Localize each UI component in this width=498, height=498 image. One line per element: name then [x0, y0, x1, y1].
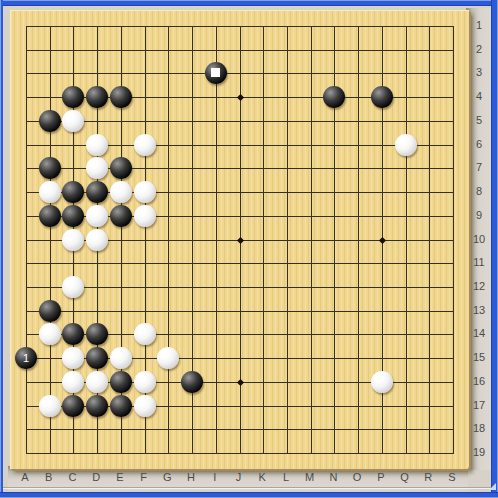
col-label-A: A [17, 471, 33, 483]
stone-white-G15[interactable] [157, 347, 179, 369]
row-label-1: 1 [468, 19, 490, 31]
stone-white-B14[interactable] [39, 323, 61, 345]
stone-black-N4[interactable] [323, 86, 345, 108]
stone-black-B13[interactable] [39, 300, 61, 322]
row-label-3: 3 [468, 66, 490, 78]
col-label-P: P [373, 471, 389, 483]
row-label-9: 9 [468, 209, 490, 221]
window-border-left [0, 0, 3, 498]
col-label-O: O [349, 471, 365, 483]
grid-line-vertical [311, 26, 312, 454]
star-point-J4 [236, 94, 243, 101]
row-label-13: 13 [468, 304, 490, 316]
stone-white-D16[interactable] [86, 371, 108, 393]
row-label-12: 12 [468, 280, 490, 292]
stone-black-D8[interactable] [86, 181, 108, 203]
grid-line-horizontal [26, 311, 454, 312]
stone-black-B5[interactable] [39, 110, 61, 132]
stone-white-Q6[interactable] [395, 134, 417, 156]
grid-line-vertical [406, 26, 407, 454]
col-label-K: K [254, 471, 270, 483]
row-label-19: 19 [468, 446, 490, 458]
grid-line-vertical [453, 26, 454, 454]
col-label-C: C [64, 471, 80, 483]
stone-white-D7[interactable] [86, 157, 108, 179]
stone-black-C17[interactable] [62, 395, 84, 417]
grid-line-horizontal [26, 263, 454, 264]
col-label-Q: Q [397, 471, 413, 483]
grid-line-horizontal [26, 287, 454, 288]
row-label-6: 6 [468, 138, 490, 150]
stone-black-I3[interactable] [205, 62, 227, 84]
stone-white-D6[interactable] [86, 134, 108, 156]
star-point-J16 [236, 379, 243, 386]
resize-grip-icon[interactable] [489, 483, 496, 490]
row-label-10: 10 [468, 233, 490, 245]
stone-black-C4[interactable] [62, 86, 84, 108]
col-label-I: I [207, 471, 223, 483]
grid-line-horizontal [26, 429, 454, 430]
stone-white-D9[interactable] [86, 205, 108, 227]
last-move-square-marker [211, 68, 220, 77]
stone-black-H16[interactable] [181, 371, 203, 393]
stone-black-E4[interactable] [110, 86, 132, 108]
stone-black-D14[interactable] [86, 323, 108, 345]
col-label-B: B [41, 471, 57, 483]
col-label-J: J [231, 471, 247, 483]
col-label-N: N [325, 471, 341, 483]
row-label-4: 4 [468, 90, 490, 102]
stone-white-C12[interactable] [62, 276, 84, 298]
stone-white-C16[interactable] [62, 371, 84, 393]
row-label-15: 15 [468, 351, 490, 363]
stone-black-E16[interactable] [110, 371, 132, 393]
col-label-E: E [112, 471, 128, 483]
stone-black-A15[interactable]: 1 [15, 347, 37, 369]
stone-white-F9[interactable] [134, 205, 156, 227]
stone-white-F16[interactable] [134, 371, 156, 393]
stone-white-B17[interactable] [39, 395, 61, 417]
star-point-J10 [236, 236, 243, 243]
stone-black-D4[interactable] [86, 86, 108, 108]
stone-white-F17[interactable] [134, 395, 156, 417]
row-label-14: 14 [468, 327, 490, 339]
grid-line-vertical [429, 26, 430, 454]
row-label-18: 18 [468, 422, 490, 434]
stone-black-D15[interactable] [86, 347, 108, 369]
stone-black-C8[interactable] [62, 181, 84, 203]
stone-black-D17[interactable] [86, 395, 108, 417]
statusbar-groove [3, 487, 491, 489]
col-label-D: D [88, 471, 104, 483]
grid-line-vertical [358, 26, 359, 454]
stone-white-B8[interactable] [39, 181, 61, 203]
col-label-G: G [159, 471, 175, 483]
stone-white-C15[interactable] [62, 347, 84, 369]
stone-black-E17[interactable] [110, 395, 132, 417]
stone-white-E8[interactable] [110, 181, 132, 203]
stone-black-E9[interactable] [110, 205, 132, 227]
stone-white-F6[interactable] [134, 134, 156, 156]
stone-black-C14[interactable] [62, 323, 84, 345]
window-border-right [491, 0, 498, 498]
go-board[interactable]: 1 [10, 10, 469, 469]
col-label-L: L [278, 471, 294, 483]
col-label-F: F [136, 471, 152, 483]
col-label-H: H [183, 471, 199, 483]
star-point-P10 [379, 236, 386, 243]
stone-black-E7[interactable] [110, 157, 132, 179]
stone-white-C5[interactable] [62, 110, 84, 132]
stone-white-E15[interactable] [110, 347, 132, 369]
stone-black-P4[interactable] [371, 86, 393, 108]
go-client-window: 1 ABCDEFGHIJKLMNOPQRS1234567891011121314… [0, 0, 498, 498]
col-label-S: S [444, 471, 460, 483]
row-label-8: 8 [468, 185, 490, 197]
col-label-R: R [420, 471, 436, 483]
stone-white-F14[interactable] [134, 323, 156, 345]
row-label-7: 7 [468, 161, 490, 173]
window-border-bottom [0, 492, 498, 498]
row-label-5: 5 [468, 114, 490, 126]
stone-black-B9[interactable] [39, 205, 61, 227]
col-label-M: M [302, 471, 318, 483]
stone-white-C10[interactable] [62, 229, 84, 251]
window-border-top [0, 0, 498, 6]
stone-black-C9[interactable] [62, 205, 84, 227]
move-number-label: 1 [15, 347, 37, 369]
grid-line-horizontal [26, 453, 454, 454]
row-label-17: 17 [468, 399, 490, 411]
stone-black-B7[interactable] [39, 157, 61, 179]
row-label-16: 16 [468, 375, 490, 387]
grid-line-vertical [263, 26, 264, 454]
stone-white-P16[interactable] [371, 371, 393, 393]
grid-line-vertical [287, 26, 288, 454]
stone-white-F8[interactable] [134, 181, 156, 203]
row-label-2: 2 [468, 43, 490, 55]
stone-white-D10[interactable] [86, 229, 108, 251]
row-label-11: 11 [468, 256, 490, 268]
